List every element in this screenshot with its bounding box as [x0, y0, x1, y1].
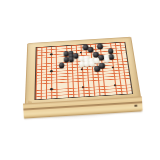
board-frame	[25, 37, 141, 105]
star-point	[50, 54, 52, 56]
stone-black[interactable]	[59, 62, 65, 68]
go-board-tray	[23, 11, 140, 128]
star-point	[113, 84, 116, 87]
stone-white[interactable]	[104, 57, 110, 63]
stone-white[interactable]	[89, 60, 95, 66]
star-point	[81, 68, 83, 70]
tray-knob[interactable]	[135, 104, 138, 107]
product-photo	[0, 0, 160, 160]
stone-black[interactable]	[88, 47, 94, 53]
stone-black[interactable]	[97, 44, 103, 49]
star-point	[50, 70, 52, 72]
stone-black[interactable]	[94, 66, 100, 72]
star-point	[80, 52, 82, 54]
board-grid[interactable]	[34, 42, 133, 100]
board-top	[25, 37, 141, 105]
star-point	[111, 66, 114, 68]
star-point	[50, 88, 52, 91]
star-point	[82, 86, 85, 89]
stone-black[interactable]	[68, 56, 74, 62]
